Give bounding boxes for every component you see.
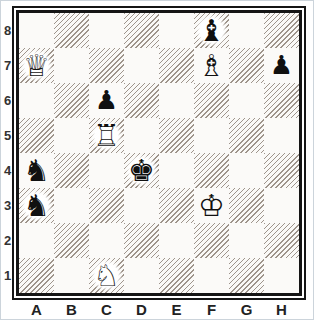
square-c4 [89, 153, 124, 188]
square-g7 [229, 48, 264, 83]
square-g2 [229, 223, 264, 258]
file-label-E: E [159, 300, 194, 319]
square-f6 [194, 83, 229, 118]
square-b6 [54, 83, 89, 118]
chess-diagram: 87654321 ♝♕♗♟♟♖♞♚♞♔♘ ABCDEFGH [0, 0, 314, 320]
square-h8 [264, 13, 299, 48]
square-f5 [194, 118, 229, 153]
square-d5 [124, 118, 159, 153]
square-a6 [19, 83, 54, 118]
square-e2 [159, 223, 194, 258]
square-c6: ♟ [89, 83, 124, 118]
file-label-G: G [229, 300, 264, 319]
square-a7: ♕ [19, 48, 54, 83]
square-c7 [89, 48, 124, 83]
square-g8 [229, 13, 264, 48]
square-b4 [54, 153, 89, 188]
square-d7 [124, 48, 159, 83]
square-a4: ♞ [19, 153, 54, 188]
square-h5 [264, 118, 299, 153]
square-e7 [159, 48, 194, 83]
square-c5: ♖ [89, 118, 124, 153]
square-c8 [89, 13, 124, 48]
file-label-A: A [19, 300, 54, 319]
black-pawn-c6: ♟ [89, 83, 124, 118]
square-d4: ♚ [124, 153, 159, 188]
white-knight-c1: ♘ [89, 258, 124, 293]
square-c2 [89, 223, 124, 258]
chess-board: ♝♕♗♟♟♖♞♚♞♔♘ [19, 13, 299, 293]
square-e1 [159, 258, 194, 293]
square-f2 [194, 223, 229, 258]
square-d3 [124, 188, 159, 223]
square-d8 [124, 13, 159, 48]
square-a5 [19, 118, 54, 153]
white-king-f3: ♔ [194, 188, 229, 223]
square-f1 [194, 258, 229, 293]
square-e8 [159, 13, 194, 48]
square-e6 [159, 83, 194, 118]
square-h6 [264, 83, 299, 118]
square-h2 [264, 223, 299, 258]
square-f3: ♔ [194, 188, 229, 223]
board-outer-border: ♝♕♗♟♟♖♞♚♞♔♘ [12, 6, 306, 300]
square-a2 [19, 223, 54, 258]
white-rook-c5: ♖ [89, 118, 124, 153]
square-e4 [159, 153, 194, 188]
square-a1 [19, 258, 54, 293]
square-f8: ♝ [194, 13, 229, 48]
file-labels: ABCDEFGH [19, 300, 299, 319]
square-g5 [229, 118, 264, 153]
square-f4 [194, 153, 229, 188]
square-c3 [89, 188, 124, 223]
square-h3 [264, 188, 299, 223]
square-c1: ♘ [89, 258, 124, 293]
square-b3 [54, 188, 89, 223]
square-e5 [159, 118, 194, 153]
file-label-D: D [124, 300, 159, 319]
file-label-C: C [89, 300, 124, 319]
square-d2 [124, 223, 159, 258]
square-b2 [54, 223, 89, 258]
square-h1 [264, 258, 299, 293]
square-g1 [229, 258, 264, 293]
black-bishop-f8: ♝ [194, 13, 229, 48]
square-f7: ♗ [194, 48, 229, 83]
board-inner-border: ♝♕♗♟♟♖♞♚♞♔♘ [16, 10, 302, 296]
square-b7 [54, 48, 89, 83]
square-g6 [229, 83, 264, 118]
file-label-H: H [264, 300, 299, 319]
file-label-B: B [54, 300, 89, 319]
square-h7: ♟ [264, 48, 299, 83]
square-g4 [229, 153, 264, 188]
white-bishop-f7: ♗ [194, 48, 229, 83]
square-d6 [124, 83, 159, 118]
square-b1 [54, 258, 89, 293]
square-a8 [19, 13, 54, 48]
black-king-d4: ♚ [124, 153, 159, 188]
square-d1 [124, 258, 159, 293]
file-label-F: F [194, 300, 229, 319]
square-b8 [54, 13, 89, 48]
square-g3 [229, 188, 264, 223]
square-h4 [264, 153, 299, 188]
square-e3 [159, 188, 194, 223]
white-queen-a7: ♕ [19, 48, 54, 83]
black-pawn-h7: ♟ [264, 48, 299, 83]
black-knight-a3: ♞ [19, 188, 54, 223]
black-knight-a4: ♞ [19, 153, 54, 188]
square-b5 [54, 118, 89, 153]
square-a3: ♞ [19, 188, 54, 223]
